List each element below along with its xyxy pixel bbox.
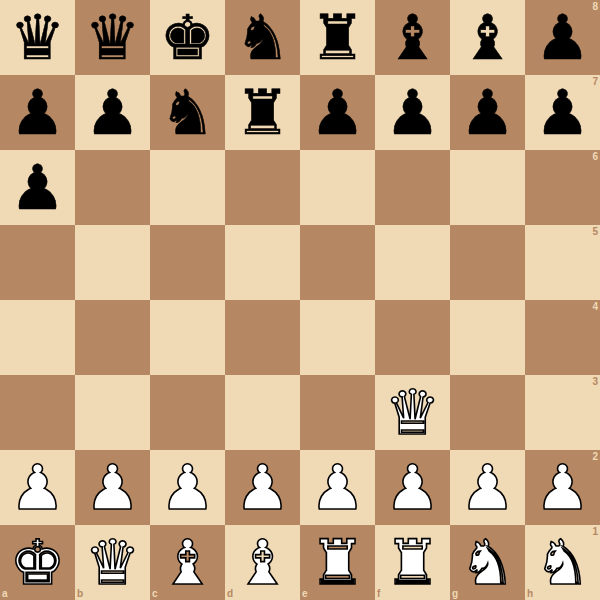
square-b3[interactable]: [75, 375, 150, 450]
white-pawn[interactable]: ♟: [450, 450, 525, 525]
square-f8[interactable]: ♝: [375, 0, 450, 75]
square-f6[interactable]: [375, 150, 450, 225]
square-h3[interactable]: 3: [525, 375, 600, 450]
black-queen[interactable]: ♛: [0, 0, 75, 75]
square-b1[interactable]: b♛: [75, 525, 150, 600]
square-h1[interactable]: 1h♞: [525, 525, 600, 600]
square-b8[interactable]: ♛: [75, 0, 150, 75]
square-f5[interactable]: [375, 225, 450, 300]
square-g5[interactable]: [450, 225, 525, 300]
square-h6[interactable]: 6: [525, 150, 600, 225]
square-a2[interactable]: ♟: [0, 450, 75, 525]
square-h5[interactable]: 5: [525, 225, 600, 300]
white-queen[interactable]: ♛: [375, 375, 450, 450]
square-c8[interactable]: ♚: [150, 0, 225, 75]
black-pawn[interactable]: ♟: [375, 75, 450, 150]
square-e4[interactable]: [300, 300, 375, 375]
square-a7[interactable]: ♟: [0, 75, 75, 150]
square-d8[interactable]: ♞: [225, 0, 300, 75]
black-pawn[interactable]: ♟: [525, 0, 600, 75]
white-king[interactable]: ♚: [0, 525, 75, 600]
square-e2[interactable]: ♟: [300, 450, 375, 525]
square-h2[interactable]: 2♟: [525, 450, 600, 525]
white-pawn[interactable]: ♟: [375, 450, 450, 525]
white-knight[interactable]: ♞: [450, 525, 525, 600]
square-d6[interactable]: [225, 150, 300, 225]
black-pawn[interactable]: ♟: [75, 75, 150, 150]
square-d4[interactable]: [225, 300, 300, 375]
square-e3[interactable]: [300, 375, 375, 450]
square-a8[interactable]: ♛: [0, 0, 75, 75]
square-b4[interactable]: [75, 300, 150, 375]
square-a6[interactable]: ♟: [0, 150, 75, 225]
square-g1[interactable]: g♞: [450, 525, 525, 600]
black-pawn[interactable]: ♟: [450, 75, 525, 150]
square-f7[interactable]: ♟: [375, 75, 450, 150]
square-a1[interactable]: a♚: [0, 525, 75, 600]
white-rook[interactable]: ♜: [300, 525, 375, 600]
square-b5[interactable]: [75, 225, 150, 300]
black-pawn[interactable]: ♟: [0, 75, 75, 150]
black-rook[interactable]: ♜: [300, 0, 375, 75]
square-d7[interactable]: ♜: [225, 75, 300, 150]
black-pawn[interactable]: ♟: [300, 75, 375, 150]
square-c3[interactable]: [150, 375, 225, 450]
square-d3[interactable]: [225, 375, 300, 450]
square-f4[interactable]: [375, 300, 450, 375]
square-h7[interactable]: 7♟: [525, 75, 600, 150]
rank-label-6: 6: [592, 152, 598, 162]
square-e5[interactable]: [300, 225, 375, 300]
black-pawn[interactable]: ♟: [525, 75, 600, 150]
black-pawn[interactable]: ♟: [0, 150, 75, 225]
rank-label-3: 3: [592, 377, 598, 387]
white-queen[interactable]: ♛: [75, 525, 150, 600]
black-bishop[interactable]: ♝: [375, 0, 450, 75]
square-c1[interactable]: c♝: [150, 525, 225, 600]
black-knight[interactable]: ♞: [225, 0, 300, 75]
square-g4[interactable]: [450, 300, 525, 375]
chess-board: ♛♛♚♞♜♝♝8♟♟♟♞♜♟♟♟7♟♟654♛3♟♟♟♟♟♟♟2♟a♚b♛c♝d…: [0, 0, 600, 600]
square-e7[interactable]: ♟: [300, 75, 375, 150]
square-g7[interactable]: ♟: [450, 75, 525, 150]
square-a5[interactable]: [0, 225, 75, 300]
black-rook[interactable]: ♜: [225, 75, 300, 150]
square-d1[interactable]: d♝: [225, 525, 300, 600]
square-b6[interactable]: [75, 150, 150, 225]
white-pawn[interactable]: ♟: [150, 450, 225, 525]
white-knight[interactable]: ♞: [525, 525, 600, 600]
square-a3[interactable]: [0, 375, 75, 450]
square-c5[interactable]: [150, 225, 225, 300]
square-c7[interactable]: ♞: [150, 75, 225, 150]
white-pawn[interactable]: ♟: [525, 450, 600, 525]
square-b2[interactable]: ♟: [75, 450, 150, 525]
white-pawn[interactable]: ♟: [75, 450, 150, 525]
black-bishop[interactable]: ♝: [450, 0, 525, 75]
square-g6[interactable]: [450, 150, 525, 225]
square-e8[interactable]: ♜: [300, 0, 375, 75]
black-knight[interactable]: ♞: [150, 75, 225, 150]
rank-label-4: 4: [592, 302, 598, 312]
square-d2[interactable]: ♟: [225, 450, 300, 525]
white-bishop[interactable]: ♝: [225, 525, 300, 600]
white-pawn[interactable]: ♟: [0, 450, 75, 525]
square-a4[interactable]: [0, 300, 75, 375]
square-d5[interactable]: [225, 225, 300, 300]
rank-label-5: 5: [592, 227, 598, 237]
square-g2[interactable]: ♟: [450, 450, 525, 525]
square-h4[interactable]: 4: [525, 300, 600, 375]
square-e6[interactable]: [300, 150, 375, 225]
square-c4[interactable]: [150, 300, 225, 375]
square-c6[interactable]: [150, 150, 225, 225]
square-f1[interactable]: f♜: [375, 525, 450, 600]
square-f3[interactable]: ♛: [375, 375, 450, 450]
square-e1[interactable]: e♜: [300, 525, 375, 600]
square-c2[interactable]: ♟: [150, 450, 225, 525]
black-queen[interactable]: ♛: [75, 0, 150, 75]
square-f2[interactable]: ♟: [375, 450, 450, 525]
square-h8[interactable]: 8♟: [525, 0, 600, 75]
white-rook[interactable]: ♜: [375, 525, 450, 600]
square-g3[interactable]: [450, 375, 525, 450]
white-bishop[interactable]: ♝: [150, 525, 225, 600]
white-pawn[interactable]: ♟: [300, 450, 375, 525]
black-king[interactable]: ♚: [150, 0, 225, 75]
square-g8[interactable]: ♝: [450, 0, 525, 75]
square-b7[interactable]: ♟: [75, 75, 150, 150]
white-pawn[interactable]: ♟: [225, 450, 300, 525]
